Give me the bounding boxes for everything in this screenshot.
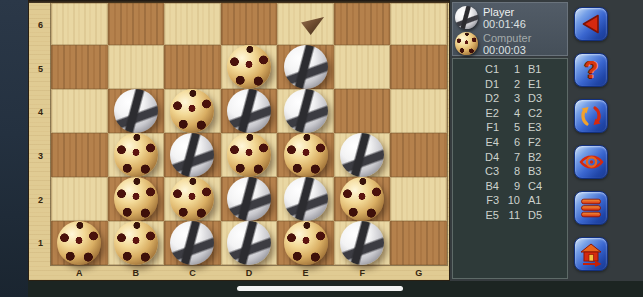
soccer-ball-piece[interactable] (57, 221, 101, 265)
rank-label-5: 5 (30, 47, 51, 91)
computer-time: 00:00:03 (483, 44, 531, 56)
soccer-ball-icon (455, 32, 478, 55)
move-right: F2 (521, 135, 567, 150)
file-label-D: D (221, 266, 278, 279)
circular-arrows-icon (579, 104, 603, 128)
square-G5[interactable] (390, 45, 447, 89)
move-row-10[interactable]: F310A1 (453, 193, 567, 208)
volleyball-piece[interactable] (284, 89, 328, 133)
square-A5[interactable] (51, 45, 108, 89)
toolbar: ? (574, 7, 608, 271)
horizontal-bars-icon (579, 196, 603, 220)
move-row-7[interactable]: D47B2 (453, 150, 567, 165)
move-row-1[interactable]: C11B1 (453, 62, 567, 77)
square-D5[interactable] (221, 45, 278, 89)
move-right: D5 (521, 208, 567, 223)
volleyball-piece[interactable] (170, 133, 214, 177)
square-C4[interactable] (164, 89, 221, 133)
move-left: D4 (453, 150, 499, 165)
square-F5[interactable] (334, 45, 391, 89)
square-B3[interactable] (108, 133, 165, 177)
eye-icon (579, 150, 604, 174)
move-row-4[interactable]: E24C2 (453, 106, 567, 121)
square-A4[interactable] (51, 89, 108, 133)
move-left: E4 (453, 135, 499, 150)
game-board: 654321 ABCDEFG (28, 0, 450, 281)
square-A2[interactable] (51, 177, 108, 221)
square-C6[interactable] (164, 3, 221, 45)
file-label-G: G (390, 266, 447, 279)
square-G2[interactable] (390, 177, 447, 221)
square-D2[interactable] (221, 177, 278, 221)
restart-button[interactable] (574, 99, 608, 133)
move-row-9[interactable]: B49C4 (453, 179, 567, 194)
square-G1[interactable] (390, 221, 447, 265)
computer-name: Computer (483, 32, 531, 44)
move-left: D1 (453, 77, 499, 92)
move-number: 2 (499, 77, 521, 92)
move-right: C4 (521, 179, 567, 194)
square-D4[interactable] (221, 89, 278, 133)
move-right: A1 (521, 193, 567, 208)
player-time: 00:01:46 (483, 18, 526, 30)
square-C3[interactable] (164, 133, 221, 177)
app-screen: 654321 ABCDEFG Player 00:01:46 Computer … (0, 0, 643, 297)
soccer-ball-piece[interactable] (284, 133, 328, 177)
square-D1[interactable] (221, 221, 278, 265)
move-left: D2 (453, 91, 499, 106)
back-arrow-icon (579, 12, 603, 36)
move-left: B4 (453, 179, 499, 194)
rank-label-1: 1 (30, 221, 51, 265)
square-B2[interactable] (108, 177, 165, 221)
square-E4[interactable] (277, 89, 334, 133)
square-B6[interactable] (108, 3, 165, 45)
square-F3[interactable] (334, 133, 391, 177)
square-E3[interactable] (277, 133, 334, 177)
square-E1[interactable] (277, 221, 334, 265)
move-number: 5 (499, 120, 521, 135)
volleyball-icon (455, 6, 478, 29)
volleyball-piece[interactable] (284, 45, 328, 89)
soccer-ball-piece[interactable] (114, 221, 158, 265)
square-B1[interactable] (108, 221, 165, 265)
question-mark-icon: ? (584, 59, 598, 82)
volleyball-piece[interactable] (170, 221, 214, 265)
file-label-F: F (334, 266, 391, 279)
soccer-ball-piece[interactable] (170, 89, 214, 133)
row-labels: 654321 (30, 3, 51, 265)
square-D3[interactable] (221, 133, 278, 177)
back-button[interactable] (574, 7, 608, 41)
move-number: 10 (499, 193, 521, 208)
player-name: Player (483, 6, 526, 18)
soccer-ball-piece[interactable] (114, 177, 158, 221)
home-exit-icon (579, 242, 604, 267)
move-right: E1 (521, 77, 567, 92)
column-labels: ABCDEFG (51, 266, 447, 279)
move-right: C2 (521, 106, 567, 121)
soccer-ball-piece[interactable] (227, 45, 271, 89)
move-left: F1 (453, 120, 499, 135)
square-C5[interactable] (164, 45, 221, 89)
move-row-8[interactable]: C38B3 (453, 164, 567, 179)
move-left: C1 (453, 62, 499, 77)
soccer-ball-piece[interactable] (114, 133, 158, 177)
square-A6[interactable] (51, 3, 108, 45)
square-B5[interactable] (108, 45, 165, 89)
file-label-A: A (51, 266, 108, 279)
volleyball-piece[interactable] (340, 221, 384, 265)
square-G3[interactable] (390, 133, 447, 177)
square-F1[interactable] (334, 221, 391, 265)
file-label-B: B (108, 266, 165, 279)
rank-label-3: 3 (30, 134, 51, 178)
volleyball-piece[interactable] (227, 221, 271, 265)
move-number: 9 (499, 179, 521, 194)
rank-label-4: 4 (30, 90, 51, 134)
home-indicator[interactable] (237, 286, 403, 291)
move-right: D3 (521, 91, 567, 106)
move-row-2[interactable]: D12E1 (453, 77, 567, 92)
square-G4[interactable] (390, 89, 447, 133)
file-label-E: E (277, 266, 334, 279)
home-button[interactable] (574, 237, 608, 271)
square-F2[interactable] (334, 177, 391, 221)
move-left: F3 (453, 193, 499, 208)
move-list[interactable]: C11B1D12E1D23D3E24C2F15E3E46F2D47B2C38B3… (452, 58, 568, 279)
move-row-11[interactable]: E511D5 (453, 208, 567, 223)
volleyball-piece[interactable] (227, 177, 271, 221)
move-left: E2 (453, 106, 499, 121)
soccer-ball-piece[interactable] (170, 177, 214, 221)
move-number: 1 (499, 62, 521, 77)
move-right: E3 (521, 120, 567, 135)
player-clock: Player 00:01:46 (455, 5, 565, 30)
triangle-marker (301, 17, 324, 35)
computer-clock: Computer 00:00:03 (455, 31, 565, 56)
move-row-3[interactable]: D23D3 (453, 91, 567, 106)
soccer-ball-piece[interactable] (227, 133, 271, 177)
square-A3[interactable] (51, 133, 108, 177)
move-left: E5 (453, 208, 499, 223)
rank-label-6: 6 (30, 3, 51, 47)
square-B4[interactable] (108, 89, 165, 133)
square-E6[interactable] (277, 3, 334, 45)
move-right: B3 (521, 164, 567, 179)
square-G6[interactable] (390, 3, 447, 45)
move-right: B2 (521, 150, 567, 165)
move-number: 3 (499, 91, 521, 106)
move-number: 7 (499, 150, 521, 165)
square-D6[interactable] (221, 3, 278, 45)
square-E2[interactable] (277, 177, 334, 221)
move-row-6[interactable]: E46F2 (453, 135, 567, 150)
move-right: B1 (521, 62, 567, 77)
file-label-C: C (164, 266, 221, 279)
volleyball-piece[interactable] (227, 89, 271, 133)
square-F6[interactable] (334, 3, 391, 45)
soccer-ball-piece[interactable] (340, 177, 384, 221)
move-number: 8 (499, 164, 521, 179)
menu-button[interactable] (574, 191, 608, 225)
move-left: C3 (453, 164, 499, 179)
view-button[interactable] (574, 145, 608, 179)
rank-label-2: 2 (30, 178, 51, 222)
left-letterbox (0, 0, 28, 297)
move-number: 6 (499, 135, 521, 150)
move-number: 4 (499, 106, 521, 121)
volleyball-piece[interactable] (340, 133, 384, 177)
square-C1[interactable] (164, 221, 221, 265)
square-E5[interactable] (277, 45, 334, 89)
square-A1[interactable] (51, 221, 108, 265)
move-number: 11 (499, 208, 521, 223)
help-button[interactable]: ? (574, 53, 608, 87)
move-row-5[interactable]: F15E3 (453, 120, 567, 135)
board-squares (51, 3, 447, 265)
volleyball-piece[interactable] (284, 177, 328, 221)
clock-panel: Player 00:01:46 Computer 00:00:03 (452, 2, 568, 56)
volleyball-piece[interactable] (114, 89, 158, 133)
square-C2[interactable] (164, 177, 221, 221)
soccer-ball-piece[interactable] (284, 221, 328, 265)
square-F4[interactable] (334, 89, 391, 133)
